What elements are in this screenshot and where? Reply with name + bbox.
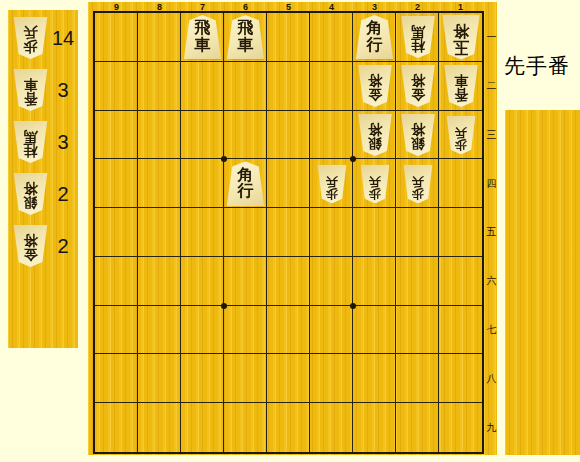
square-7二[interactable] bbox=[181, 62, 224, 111]
hoshi-dot-4 bbox=[350, 303, 356, 309]
piece-kanji: 車 bbox=[238, 36, 254, 52]
square-8四[interactable] bbox=[138, 159, 181, 208]
hand-piece-gold[interactable]: 金将 bbox=[13, 225, 48, 267]
piece-kanji: 角 bbox=[238, 166, 254, 182]
hand-count-pawn: 14 bbox=[48, 27, 78, 50]
shogi-board: 987654321 飛車飛車角行桂馬玉将金将金将香車銀将銀将歩兵角行歩兵歩兵歩兵… bbox=[88, 2, 497, 455]
rank-label-9: 九 bbox=[486, 403, 497, 452]
square-3七[interactable] bbox=[353, 306, 396, 355]
piece-kanji: 将 bbox=[24, 233, 38, 247]
square-6七[interactable] bbox=[224, 306, 267, 355]
square-2八[interactable] bbox=[396, 354, 439, 403]
rank-label-3: 三 bbox=[486, 111, 497, 160]
square-7四[interactable] bbox=[181, 159, 224, 208]
piece-kanji: 将 bbox=[411, 122, 425, 136]
hand-piece-knight[interactable]: 桂馬 bbox=[13, 121, 48, 163]
hand-piece-lance[interactable]: 香車 bbox=[13, 69, 48, 111]
square-3八[interactable] bbox=[353, 354, 396, 403]
square-3九[interactable] bbox=[353, 403, 396, 452]
rank-label-5: 五 bbox=[486, 208, 497, 257]
piece-kanji: 行 bbox=[238, 183, 254, 199]
square-5三[interactable] bbox=[267, 111, 310, 160]
square-8一[interactable] bbox=[138, 13, 181, 62]
square-6二[interactable] bbox=[224, 62, 267, 111]
square-1五[interactable] bbox=[439, 208, 482, 257]
square-4一[interactable] bbox=[310, 13, 353, 62]
square-6六[interactable] bbox=[224, 257, 267, 306]
piece-kanji: 飛 bbox=[238, 20, 254, 36]
piece-kanji: 金 bbox=[368, 88, 382, 102]
square-9四[interactable] bbox=[95, 159, 138, 208]
square-2五[interactable] bbox=[396, 208, 439, 257]
square-8八[interactable] bbox=[138, 354, 181, 403]
square-7九[interactable] bbox=[181, 403, 224, 452]
piece-kanji: 車 bbox=[195, 36, 211, 52]
gote-hand-row-gold: 金将2 bbox=[8, 220, 78, 272]
hand-count-silver: 2 bbox=[48, 183, 78, 206]
square-5一[interactable] bbox=[267, 13, 310, 62]
square-5六[interactable] bbox=[267, 257, 310, 306]
square-1六[interactable] bbox=[439, 257, 482, 306]
square-4六[interactable] bbox=[310, 257, 353, 306]
piece-kanji: 歩 bbox=[24, 40, 38, 54]
square-4八[interactable] bbox=[310, 354, 353, 403]
rank-label-7: 七 bbox=[486, 306, 497, 355]
square-6五[interactable] bbox=[224, 208, 267, 257]
gote-hand-row-lance: 香車3 bbox=[8, 64, 78, 116]
square-7七[interactable] bbox=[181, 306, 224, 355]
piece-kanji: 馬 bbox=[411, 25, 425, 39]
piece-kanji: 香 bbox=[454, 88, 468, 102]
square-7三[interactable] bbox=[181, 111, 224, 160]
square-5二[interactable] bbox=[267, 62, 310, 111]
rank-label-2: 二 bbox=[486, 62, 497, 111]
piece-kanji: 香 bbox=[24, 92, 38, 106]
square-2九[interactable] bbox=[396, 403, 439, 452]
square-4五[interactable] bbox=[310, 208, 353, 257]
piece-kanji: 車 bbox=[454, 74, 468, 88]
square-5九[interactable] bbox=[267, 403, 310, 452]
square-2六[interactable] bbox=[396, 257, 439, 306]
square-8九[interactable] bbox=[138, 403, 181, 452]
square-3五[interactable] bbox=[353, 208, 396, 257]
piece-kanji: 車 bbox=[24, 77, 38, 91]
piece-kanji: 銀 bbox=[411, 137, 425, 151]
square-4九[interactable] bbox=[310, 403, 353, 452]
square-7六[interactable] bbox=[181, 257, 224, 306]
square-2七[interactable] bbox=[396, 306, 439, 355]
square-9九[interactable] bbox=[95, 403, 138, 452]
piece-kanji: 歩 bbox=[326, 187, 338, 199]
square-9二[interactable] bbox=[95, 62, 138, 111]
square-8三[interactable] bbox=[138, 111, 181, 160]
piece-kanji: 金 bbox=[411, 88, 425, 102]
turn-indicator: 先手番 bbox=[504, 52, 580, 80]
square-8六[interactable] bbox=[138, 257, 181, 306]
square-4三[interactable] bbox=[310, 111, 353, 160]
piece-kanji: 歩 bbox=[369, 187, 381, 199]
rank-label-6: 六 bbox=[486, 257, 497, 306]
piece-kanji: 兵 bbox=[24, 25, 38, 39]
square-7五[interactable] bbox=[181, 208, 224, 257]
piece-kanji: 行 bbox=[367, 36, 383, 52]
gote-hand-stand: 歩兵14香車3桂馬3銀将2金将2 bbox=[8, 10, 78, 348]
piece-kanji: 馬 bbox=[24, 129, 38, 143]
hoshi-dot-1 bbox=[221, 156, 227, 162]
hoshi-dot-3 bbox=[221, 303, 227, 309]
piece-kanji: 飛 bbox=[195, 20, 211, 36]
piece-kanji: 兵 bbox=[326, 175, 338, 187]
square-9五[interactable] bbox=[95, 208, 138, 257]
square-6三[interactable] bbox=[224, 111, 267, 160]
square-9七[interactable] bbox=[95, 306, 138, 355]
square-8七[interactable] bbox=[138, 306, 181, 355]
piece-kanji: 将 bbox=[368, 74, 382, 88]
square-4七[interactable] bbox=[310, 306, 353, 355]
rank-label-8: 八 bbox=[486, 354, 497, 403]
square-6八[interactable] bbox=[224, 354, 267, 403]
piece-kanji: 桂 bbox=[24, 144, 38, 158]
square-6九[interactable] bbox=[224, 403, 267, 452]
square-5四[interactable] bbox=[267, 159, 310, 208]
piece-kanji: 将 bbox=[24, 181, 38, 195]
gote-hand-row-silver: 銀将2 bbox=[8, 168, 78, 220]
piece-kanji: 将 bbox=[411, 74, 425, 88]
piece-kanji: 兵 bbox=[369, 175, 381, 187]
piece-kanji: 角 bbox=[367, 20, 383, 36]
square-3六[interactable] bbox=[353, 257, 396, 306]
piece-kanji: 金 bbox=[24, 248, 38, 262]
square-9一[interactable] bbox=[95, 13, 138, 62]
square-8五[interactable] bbox=[138, 208, 181, 257]
hand-piece-silver[interactable]: 銀将 bbox=[13, 173, 48, 215]
piece-kanji: 銀 bbox=[368, 137, 382, 151]
hand-count-lance: 3 bbox=[48, 79, 78, 102]
piece-kanji: 歩 bbox=[455, 138, 467, 150]
square-8二[interactable] bbox=[138, 62, 181, 111]
piece-kanji: 銀 bbox=[24, 196, 38, 210]
piece-kanji: 兵 bbox=[455, 126, 467, 138]
square-9八[interactable] bbox=[95, 354, 138, 403]
rank-labels: 一二三四五六七八九 bbox=[486, 13, 497, 452]
rank-label-4: 四 bbox=[486, 159, 497, 208]
hand-count-knight: 3 bbox=[48, 131, 78, 154]
square-7八[interactable] bbox=[181, 354, 224, 403]
square-4二[interactable] bbox=[310, 62, 353, 111]
hoshi-dot-2 bbox=[350, 156, 356, 162]
square-5五[interactable] bbox=[267, 208, 310, 257]
piece-kanji: 将 bbox=[368, 122, 382, 136]
square-1四[interactable] bbox=[439, 159, 482, 208]
gote-hand-row-pawn: 歩兵14 bbox=[8, 12, 78, 64]
square-1九[interactable] bbox=[439, 403, 482, 452]
square-5八[interactable] bbox=[267, 354, 310, 403]
gote-hand-row-knight: 桂馬3 bbox=[8, 116, 78, 168]
piece-kanji: 玉 bbox=[453, 39, 469, 55]
piece-kanji: 歩 bbox=[412, 187, 424, 199]
rank-label-1: 一 bbox=[486, 13, 497, 62]
piece-kanji: 将 bbox=[453, 22, 469, 38]
piece-kanji: 桂 bbox=[411, 39, 425, 53]
hand-count-gold: 2 bbox=[48, 235, 78, 258]
square-9三[interactable] bbox=[95, 111, 138, 160]
hand-piece-pawn[interactable]: 歩兵 bbox=[13, 17, 48, 59]
board-grid: 飛車飛車角行桂馬玉将金将金将香車銀将銀将歩兵角行歩兵歩兵歩兵 bbox=[93, 11, 484, 454]
piece-kanji: 兵 bbox=[412, 175, 424, 187]
square-9六[interactable] bbox=[95, 257, 138, 306]
square-1八[interactable] bbox=[439, 354, 482, 403]
square-1七[interactable] bbox=[439, 306, 482, 355]
square-5七[interactable] bbox=[267, 306, 310, 355]
sente-hand-stand bbox=[505, 110, 580, 455]
